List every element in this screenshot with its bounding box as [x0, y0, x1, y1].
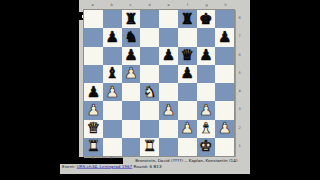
square-f8: ♜ — [178, 10, 197, 28]
event-link: URS-ch34, Leningrad 1967 — [77, 164, 133, 169]
square-h7: ♟ — [215, 28, 234, 46]
file-label-e: e — [164, 4, 174, 7]
video-frame: abcdefgh ♜♜♚♟♞♟♟♟♛♟♝♟♟♟♟♞♟♟♟♛♟♝♟♜♜♚ 8765… — [0, 0, 320, 180]
square-d2 — [140, 120, 159, 138]
stat-length: Length: 56 — [175, 173, 197, 174]
square-a2: ♛ — [84, 120, 103, 138]
square-b8 — [103, 10, 122, 28]
square-h3 — [215, 101, 234, 119]
square-g5 — [197, 65, 216, 83]
square-g2: ♝ — [197, 120, 216, 138]
square-g1: ♚ — [197, 138, 216, 156]
event-label: Event: — [62, 164, 75, 169]
square-d4: ♞ — [140, 83, 159, 101]
square-e4 — [159, 83, 178, 101]
square-f6: ♛ — [178, 47, 197, 65]
black-pawn-g6: ♟ — [199, 48, 212, 63]
square-a5 — [84, 65, 103, 83]
stat-date: Nov 25, 1967 — [120, 173, 148, 174]
black-rook-c8: ♜ — [124, 11, 137, 26]
square-a4: ♟ — [84, 83, 103, 101]
file-label-c: c — [126, 4, 136, 7]
rank-label-7: 7 — [237, 32, 242, 41]
square-h5 — [215, 65, 234, 83]
square-f3 — [178, 101, 197, 119]
square-e3: ♟ — [159, 101, 178, 119]
square-d5 — [140, 65, 159, 83]
white-pawn-e3: ♟ — [162, 102, 175, 117]
black-pawn-e6: ♟ — [162, 48, 175, 63]
square-c5: ♟ — [122, 65, 141, 83]
square-h2: ♟ — [215, 120, 234, 138]
square-c8: ♜ — [122, 10, 141, 28]
square-f1 — [178, 138, 197, 156]
square-c4 — [122, 83, 141, 101]
square-h1 — [215, 138, 234, 156]
event-line: Event: URS-ch34, Leningrad 1967 Round: 6… — [62, 164, 249, 169]
square-f7 — [178, 28, 197, 46]
white-pawn-f2: ♟ — [180, 121, 193, 136]
white-pawn-b4: ♟ — [105, 84, 118, 99]
square-e6: ♟ — [159, 47, 178, 65]
square-e7 — [159, 28, 178, 46]
square-h8 — [215, 10, 234, 28]
players-line: Bronstein, David (????) -- Kaplan, Konst… — [135, 158, 237, 163]
rank-label-8: 8 — [237, 14, 242, 23]
file-label-a: a — [88, 4, 98, 7]
white-rook-d1: ♜ — [143, 139, 156, 154]
square-f4 — [178, 83, 197, 101]
rank-label-4: 4 — [237, 87, 242, 96]
chess-board: ♜♜♚♟♞♟♟♟♛♟♝♟♟♟♟♞♟♟♟♛♟♝♟♜♜♚ — [83, 9, 235, 157]
file-label-f: f — [183, 4, 193, 7]
white-pawn-a3: ♟ — [87, 102, 100, 117]
black-pawn-h7: ♟ — [218, 29, 231, 44]
game-info-bar: Event: URS-ch34, Leningrad 1967 Round: 6… — [60, 164, 250, 174]
square-c1 — [122, 138, 141, 156]
black-knight-c7: ♞ — [124, 29, 137, 44]
square-b6 — [103, 47, 122, 65]
black-pawn-a4: ♟ — [87, 84, 100, 99]
square-c7: ♞ — [122, 28, 141, 46]
square-c3 — [122, 101, 141, 119]
rank-label-1: 1 — [237, 141, 242, 150]
square-e1 — [159, 138, 178, 156]
rank-label-6: 6 — [237, 50, 242, 59]
square-d1: ♜ — [140, 138, 159, 156]
players-bar: Bronstein, David (????) -- Kaplan, Konst… — [123, 157, 250, 164]
square-a6 — [84, 47, 103, 65]
black-bishop-b5: ♝ — [105, 66, 118, 81]
square-g7 — [197, 28, 216, 46]
file-label-b: b — [107, 157, 117, 160]
event-suffix: Round: 6 B13 — [134, 164, 162, 169]
square-e5 — [159, 65, 178, 83]
rank-labels-right: 87654321 — [235, 9, 244, 155]
stat-move: Mv: 40 — [62, 173, 76, 174]
white-queen-a2: ♛ — [87, 121, 100, 136]
rank-label-3: 3 — [237, 105, 242, 114]
black-pawn-c6: ♟ — [124, 48, 137, 63]
white-pawn-g3: ♟ — [199, 102, 212, 117]
square-f5: ♟ — [178, 65, 197, 83]
square-g8: ♚ — [197, 10, 216, 28]
square-b7: ♟ — [103, 28, 122, 46]
square-c6: ♟ — [122, 47, 141, 65]
square-f2: ♟ — [178, 120, 197, 138]
file-labels-top: abcdefgh — [83, 2, 235, 8]
stat-material: Material: = — [215, 173, 238, 174]
black-pawn-b7: ♟ — [105, 29, 118, 44]
square-a1: ♜ — [84, 138, 103, 156]
black-queen-f6: ♛ — [180, 48, 193, 63]
white-knight-d4: ♞ — [143, 84, 156, 99]
square-h6 — [215, 47, 234, 65]
file-label-d: d — [145, 4, 155, 7]
file-label-a: a — [88, 157, 98, 160]
rank-label-2: 2 — [237, 123, 242, 132]
black-pawn-f5: ♟ — [180, 66, 193, 81]
white-king-g1: ♚ — [199, 139, 212, 154]
white-rook-a1: ♜ — [87, 139, 100, 154]
square-a8 — [84, 10, 103, 28]
file-label-g: g — [202, 4, 212, 7]
stats-line: Mv: 40 Nov 25, 1967 Length: 56 Material:… — [62, 173, 249, 174]
square-b2 — [103, 120, 122, 138]
square-d6 — [140, 47, 159, 65]
square-g3: ♟ — [197, 101, 216, 119]
white-pawn-c5: ♟ — [124, 66, 137, 81]
square-b4: ♟ — [103, 83, 122, 101]
square-b3 — [103, 101, 122, 119]
file-label-h: h — [221, 4, 231, 7]
square-d8 — [140, 10, 159, 28]
square-a7 — [84, 28, 103, 46]
square-a3: ♟ — [84, 101, 103, 119]
square-d7 — [140, 28, 159, 46]
square-e2 — [159, 120, 178, 138]
black-rook-f8: ♜ — [180, 11, 193, 26]
square-d3 — [140, 101, 159, 119]
white-bishop-g2: ♝ — [199, 121, 212, 136]
square-h4 — [215, 83, 234, 101]
square-c2 — [122, 120, 141, 138]
square-g6: ♟ — [197, 47, 216, 65]
square-b5: ♝ — [103, 65, 122, 83]
file-label-b: b — [107, 4, 117, 7]
rank-label-5: 5 — [237, 68, 242, 77]
square-g4 — [197, 83, 216, 101]
white-pawn-h2: ♟ — [218, 121, 231, 136]
square-e8 — [159, 10, 178, 28]
square-b1 — [103, 138, 122, 156]
black-king-g8: ♚ — [199, 11, 212, 26]
